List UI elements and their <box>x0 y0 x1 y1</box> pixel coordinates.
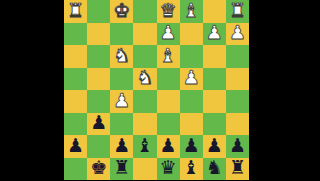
square-a6[interactable] <box>226 113 249 136</box>
black-pawn-icon: ♟ <box>206 136 223 155</box>
white-rook-icon: ♜ <box>67 1 84 20</box>
square-h1[interactable]: ♜ <box>64 0 87 23</box>
square-f2[interactable] <box>110 23 133 46</box>
square-c8[interactable]: ♝ <box>180 158 203 181</box>
square-b5[interactable] <box>203 90 226 113</box>
square-b3[interactable] <box>203 45 226 68</box>
square-b1[interactable] <box>203 0 226 23</box>
square-d6[interactable] <box>157 113 180 136</box>
square-h6[interactable] <box>64 113 87 136</box>
black-rook-icon: ♜ <box>229 158 246 177</box>
square-g3[interactable] <box>87 45 110 68</box>
white-pawn-icon: ♟ <box>229 23 246 42</box>
square-e8[interactable] <box>133 158 156 181</box>
square-a4[interactable] <box>226 68 249 91</box>
black-pawn-icon: ♟ <box>183 136 200 155</box>
square-g8[interactable]: ♚ <box>87 158 110 181</box>
square-f8[interactable]: ♜ <box>110 158 133 181</box>
square-f3[interactable]: ♞ <box>110 45 133 68</box>
square-b7[interactable]: ♟ <box>203 135 226 158</box>
square-d1[interactable]: ♛ <box>157 0 180 23</box>
square-d3[interactable]: ♝ <box>157 45 180 68</box>
square-g7[interactable] <box>87 135 110 158</box>
square-h2[interactable] <box>64 23 87 46</box>
square-c4[interactable]: ♟ <box>180 68 203 91</box>
square-g1[interactable] <box>87 0 110 23</box>
square-e7[interactable]: ♝ <box>133 135 156 158</box>
square-a2[interactable]: ♟ <box>226 23 249 46</box>
square-c7[interactable]: ♟ <box>180 135 203 158</box>
square-c5[interactable] <box>180 90 203 113</box>
square-g2[interactable] <box>87 23 110 46</box>
square-a7[interactable]: ♟ <box>226 135 249 158</box>
white-pawn-icon: ♟ <box>113 91 130 110</box>
square-h7[interactable]: ♟ <box>64 135 87 158</box>
white-bishop-icon: ♝ <box>160 46 177 65</box>
square-c6[interactable] <box>180 113 203 136</box>
black-rook-icon: ♜ <box>113 158 130 177</box>
square-d5[interactable] <box>157 90 180 113</box>
white-pawn-icon: ♟ <box>160 23 177 42</box>
black-knight-icon: ♞ <box>206 158 223 177</box>
square-f6[interactable] <box>110 113 133 136</box>
square-b2[interactable]: ♟ <box>203 23 226 46</box>
square-h4[interactable] <box>64 68 87 91</box>
square-f5[interactable]: ♟ <box>110 90 133 113</box>
square-h3[interactable] <box>64 45 87 68</box>
black-pawn-icon: ♟ <box>229 136 246 155</box>
square-h5[interactable] <box>64 90 87 113</box>
square-g4[interactable] <box>87 68 110 91</box>
white-queen-icon: ♛ <box>160 1 177 20</box>
square-a8[interactable]: ♜ <box>226 158 249 181</box>
square-e5[interactable] <box>133 90 156 113</box>
square-e4[interactable]: ♞ <box>133 68 156 91</box>
square-a5[interactable] <box>226 90 249 113</box>
square-g6[interactable]: ♟ <box>87 113 110 136</box>
square-b8[interactable]: ♞ <box>203 158 226 181</box>
square-e2[interactable] <box>133 23 156 46</box>
white-knight-icon: ♞ <box>113 46 130 65</box>
white-king-icon: ♚ <box>113 1 130 20</box>
black-king-icon: ♚ <box>90 158 107 177</box>
square-g5[interactable] <box>87 90 110 113</box>
black-bishop-icon: ♝ <box>136 136 153 155</box>
square-c2[interactable] <box>180 23 203 46</box>
white-knight-icon: ♞ <box>136 68 153 87</box>
square-e6[interactable] <box>133 113 156 136</box>
square-f7[interactable]: ♟ <box>110 135 133 158</box>
black-pawn-icon: ♟ <box>113 136 130 155</box>
black-bishop-icon: ♝ <box>183 158 200 177</box>
video-frame: ♜♚♛♝♜♟♟♟♞♝♞♟♟♟♟♟♝♟♟♟♟♚♜♛♝♞♜ <box>0 0 320 180</box>
square-e3[interactable] <box>133 45 156 68</box>
white-bishop-icon: ♝ <box>183 1 200 20</box>
square-d2[interactable]: ♟ <box>157 23 180 46</box>
white-pawn-icon: ♟ <box>183 68 200 87</box>
square-d7[interactable]: ♟ <box>157 135 180 158</box>
white-pawn-icon: ♟ <box>206 23 223 42</box>
square-h8[interactable] <box>64 158 87 181</box>
square-c3[interactable] <box>180 45 203 68</box>
square-f1[interactable]: ♚ <box>110 0 133 23</box>
black-pawn-icon: ♟ <box>160 136 177 155</box>
black-pawn-icon: ♟ <box>67 136 84 155</box>
square-d8[interactable]: ♛ <box>157 158 180 181</box>
square-e1[interactable] <box>133 0 156 23</box>
black-queen-icon: ♛ <box>160 158 177 177</box>
black-pawn-icon: ♟ <box>90 113 107 132</box>
square-c1[interactable]: ♝ <box>180 0 203 23</box>
square-b6[interactable] <box>203 113 226 136</box>
white-rook-icon: ♜ <box>229 1 246 20</box>
square-b4[interactable] <box>203 68 226 91</box>
chess-board: ♜♚♛♝♜♟♟♟♞♝♞♟♟♟♟♟♝♟♟♟♟♚♜♛♝♞♜ <box>64 0 249 180</box>
square-a3[interactable] <box>226 45 249 68</box>
square-d4[interactable] <box>157 68 180 91</box>
square-f4[interactable] <box>110 68 133 91</box>
square-a1[interactable]: ♜ <box>226 0 249 23</box>
